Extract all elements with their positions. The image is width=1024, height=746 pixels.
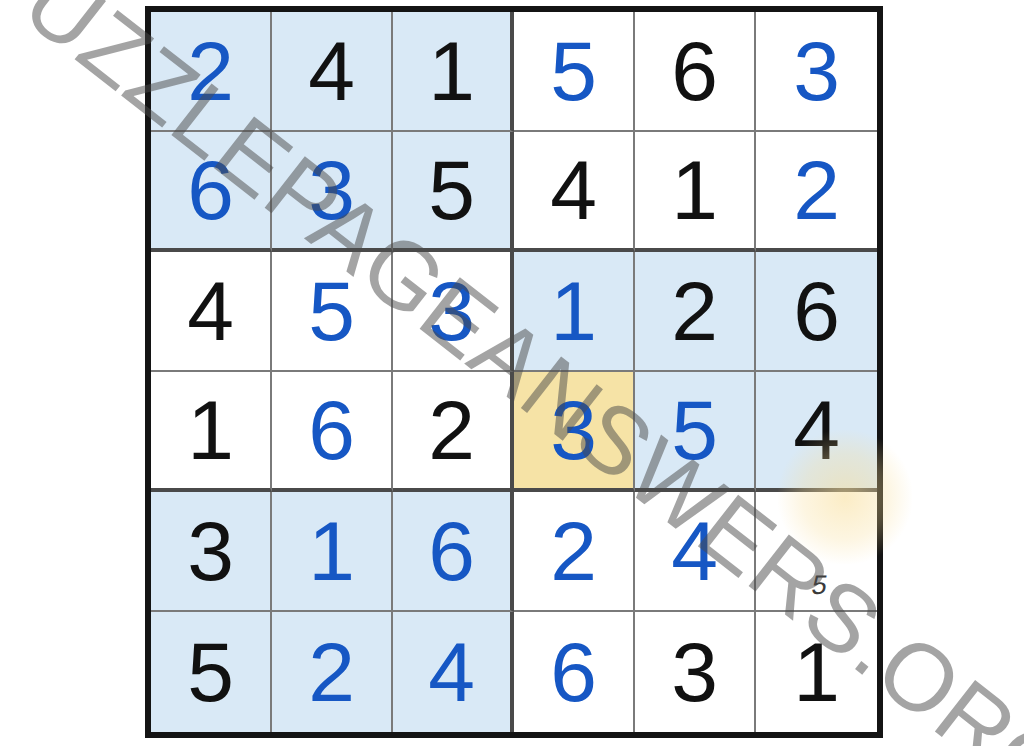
- given-digit: 4: [308, 29, 355, 113]
- cell-r3c2[interactable]: 5: [272, 252, 393, 372]
- given-digit: 4: [187, 269, 234, 353]
- entered-digit: 6: [428, 509, 475, 593]
- cell-r4c1[interactable]: 1: [151, 372, 272, 492]
- cell-r2c2[interactable]: 3: [272, 132, 393, 252]
- cell-r1c2[interactable]: 4: [272, 12, 393, 132]
- cell-r4c3[interactable]: 2: [393, 372, 514, 492]
- entered-digit: 2: [550, 509, 597, 593]
- entered-digit: 1: [308, 509, 355, 593]
- entered-digit: 4: [428, 630, 475, 714]
- entered-digit: 3: [308, 148, 355, 232]
- entered-digit: 1: [550, 269, 597, 353]
- cell-r2c1[interactable]: 6: [151, 132, 272, 252]
- cell-r6c4[interactable]: 6: [514, 612, 635, 732]
- entered-digit: 5: [671, 388, 718, 472]
- entered-digit: 5: [308, 269, 355, 353]
- given-digit: 6: [671, 29, 718, 113]
- cell-r5c6[interactable]: 5: [756, 492, 877, 612]
- cell-r1c3[interactable]: 1: [393, 12, 514, 132]
- given-digit: 6: [793, 269, 840, 353]
- cell-r5c2[interactable]: 1: [272, 492, 393, 612]
- cell-r1c6[interactable]: 3: [756, 12, 877, 132]
- cell-r3c5[interactable]: 2: [635, 252, 756, 372]
- entered-digit: 3: [428, 269, 475, 353]
- entered-digit: 3: [793, 29, 840, 113]
- entered-digit: 3: [550, 388, 597, 472]
- given-digit: 4: [550, 148, 597, 232]
- given-digit: 1: [793, 630, 840, 714]
- cell-r4c4[interactable]: 3: [514, 372, 635, 492]
- cell-r1c5[interactable]: 6: [635, 12, 756, 132]
- cell-r6c1[interactable]: 5: [151, 612, 272, 732]
- cell-r6c3[interactable]: 4: [393, 612, 514, 732]
- given-digit: 1: [428, 29, 475, 113]
- cell-r5c1[interactable]: 3: [151, 492, 272, 612]
- sudoku-board: 241563635412453126162354316245524631: [145, 6, 883, 738]
- cell-r3c3[interactable]: 3: [393, 252, 514, 372]
- cell-r1c4[interactable]: 5: [514, 12, 635, 132]
- given-digit: 1: [671, 148, 718, 232]
- cell-r6c6[interactable]: 1: [756, 612, 877, 732]
- given-digit: 1: [187, 388, 234, 472]
- cell-r6c2[interactable]: 2: [272, 612, 393, 732]
- cell-r4c2[interactable]: 6: [272, 372, 393, 492]
- entered-digit: 6: [550, 630, 597, 714]
- given-digit: 2: [671, 269, 718, 353]
- cell-r5c4[interactable]: 2: [514, 492, 635, 612]
- given-digit: 3: [187, 509, 234, 593]
- entered-digit: 2: [308, 630, 355, 714]
- entered-digit: 6: [308, 388, 355, 472]
- given-digit: 2: [428, 388, 475, 472]
- cell-r4c6[interactable]: 4: [756, 372, 877, 492]
- cell-r3c4[interactable]: 1: [514, 252, 635, 372]
- entered-digit: 6: [187, 148, 234, 232]
- entered-digit: 2: [793, 148, 840, 232]
- given-digit: 5: [187, 630, 234, 714]
- entered-digit: 4: [671, 509, 718, 593]
- cell-r5c5[interactable]: 4: [635, 492, 756, 612]
- cell-r2c5[interactable]: 1: [635, 132, 756, 252]
- cell-r1c1[interactable]: 2: [151, 12, 272, 132]
- entered-digit: 5: [550, 29, 597, 113]
- cell-r3c1[interactable]: 4: [151, 252, 272, 372]
- given-digit: 3: [671, 630, 718, 714]
- given-digit: 5: [428, 148, 475, 232]
- cell-r2c3[interactable]: 5: [393, 132, 514, 252]
- pencil-mark: 5: [809, 570, 829, 601]
- cell-r5c3[interactable]: 6: [393, 492, 514, 612]
- cell-r3c6[interactable]: 6: [756, 252, 877, 372]
- entered-digit: 2: [187, 29, 234, 113]
- given-digit: 4: [793, 388, 840, 472]
- cell-r2c6[interactable]: 2: [756, 132, 877, 252]
- cell-r6c5[interactable]: 3: [635, 612, 756, 732]
- cell-r2c4[interactable]: 4: [514, 132, 635, 252]
- cell-r4c5[interactable]: 5: [635, 372, 756, 492]
- puzzle-page: 241563635412453126162354316245524631 PUZ…: [0, 0, 1024, 746]
